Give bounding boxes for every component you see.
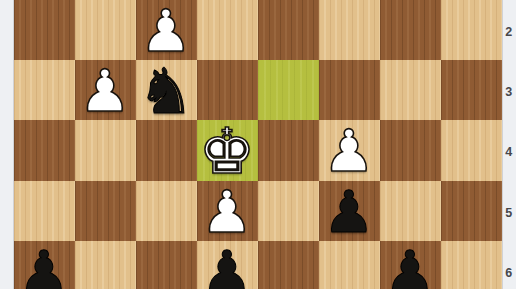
square-b3[interactable] bbox=[380, 60, 441, 120]
square-d6[interactable] bbox=[258, 241, 319, 289]
square-f3[interactable]: ♞ bbox=[136, 60, 197, 120]
square-e4[interactable]: ♚ bbox=[197, 120, 258, 180]
board-margin-left bbox=[0, 0, 14, 289]
square-c6[interactable] bbox=[319, 241, 380, 289]
square-g4[interactable] bbox=[75, 120, 136, 180]
rank-label-6: 6 bbox=[502, 264, 516, 282]
square-e6[interactable]: ♟ bbox=[197, 241, 258, 289]
square-g6[interactable] bbox=[75, 241, 136, 289]
black-pawn-h6[interactable]: ♟ bbox=[14, 242, 75, 289]
square-f4[interactable] bbox=[136, 120, 197, 180]
square-d2[interactable] bbox=[258, 0, 319, 60]
rank-label-2: 2 bbox=[502, 23, 516, 41]
rank-label-3: 3 bbox=[502, 83, 516, 101]
square-h5[interactable] bbox=[14, 181, 75, 241]
square-e5[interactable]: ♟ bbox=[197, 181, 258, 241]
square-d4[interactable] bbox=[258, 120, 319, 180]
square-g5[interactable] bbox=[75, 181, 136, 241]
white-pawn-e5[interactable]: ♟ bbox=[197, 182, 258, 241]
white-pawn-f2[interactable]: ♟ bbox=[136, 0, 197, 59]
square-f6[interactable] bbox=[136, 241, 197, 289]
square-d5[interactable] bbox=[258, 181, 319, 241]
square-h3[interactable] bbox=[14, 60, 75, 120]
black-pawn-c5[interactable]: ♟ bbox=[319, 182, 380, 241]
square-b4[interactable] bbox=[380, 120, 441, 180]
square-c3[interactable] bbox=[319, 60, 380, 120]
square-f5[interactable] bbox=[136, 181, 197, 241]
chess-board-screenshot: ♟♟♞♚♟♟♟♟♟♟ 23456 bbox=[0, 0, 516, 289]
square-c2[interactable] bbox=[319, 0, 380, 60]
black-knight-f3[interactable]: ♞ bbox=[136, 61, 197, 120]
white-king-e4[interactable]: ♚ bbox=[197, 121, 258, 180]
square-a6[interactable] bbox=[441, 241, 502, 289]
square-a4[interactable] bbox=[441, 120, 502, 180]
chess-board: ♟♟♞♚♟♟♟♟♟♟ bbox=[14, 0, 502, 289]
square-h2[interactable] bbox=[14, 0, 75, 60]
square-c5[interactable]: ♟ bbox=[319, 181, 380, 241]
square-h4[interactable] bbox=[14, 120, 75, 180]
square-b5[interactable] bbox=[380, 181, 441, 241]
square-g2[interactable] bbox=[75, 0, 136, 60]
square-d3[interactable] bbox=[258, 60, 319, 120]
rank-label-5: 5 bbox=[502, 204, 516, 222]
square-g3[interactable]: ♟ bbox=[75, 60, 136, 120]
square-a3[interactable] bbox=[441, 60, 502, 120]
black-pawn-b6[interactable]: ♟ bbox=[380, 242, 441, 289]
white-pawn-c4[interactable]: ♟ bbox=[319, 121, 380, 180]
square-f2[interactable]: ♟ bbox=[136, 0, 197, 60]
square-a2[interactable] bbox=[441, 0, 502, 60]
square-b2[interactable] bbox=[380, 0, 441, 60]
square-e3[interactable] bbox=[197, 60, 258, 120]
square-h6[interactable]: ♟ bbox=[14, 241, 75, 289]
white-pawn-g3[interactable]: ♟ bbox=[75, 61, 136, 120]
square-e2[interactable] bbox=[197, 0, 258, 60]
black-pawn-e6[interactable]: ♟ bbox=[197, 242, 258, 289]
rank-coordinates-strip: 23456 bbox=[502, 0, 516, 289]
square-a5[interactable] bbox=[441, 181, 502, 241]
square-c4[interactable]: ♟ bbox=[319, 120, 380, 180]
square-b6[interactable]: ♟ bbox=[380, 241, 441, 289]
rank-label-4: 4 bbox=[502, 143, 516, 161]
